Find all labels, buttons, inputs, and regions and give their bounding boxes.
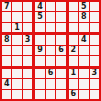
- empty-cell-r5c3[interactable]: [23, 46, 32, 55]
- empty-cell-r1c9[interactable]: [90, 2, 99, 11]
- sudoku-block-3: 58: [69, 2, 99, 32]
- empty-cell-r7c3[interactable]: [23, 69, 32, 78]
- given-cell-r9c7: 6: [69, 90, 78, 99]
- empty-cell-r8c9[interactable]: [90, 79, 99, 88]
- empty-cell-r9c1[interactable]: [2, 90, 11, 99]
- given-cell-r1c4: 4: [35, 2, 44, 11]
- sudoku-block-5: 96: [35, 35, 65, 65]
- empty-cell-r2c5[interactable]: [46, 12, 55, 21]
- empty-cell-r6c2[interactable]: [12, 56, 21, 65]
- given-cell-r2c4: 5: [35, 12, 44, 21]
- empty-cell-r7c6[interactable]: [56, 69, 65, 78]
- sudoku-block-2: 45: [35, 2, 65, 32]
- empty-cell-r2c2[interactable]: [12, 12, 21, 21]
- given-cell-r1c8: 5: [79, 2, 88, 11]
- empty-cell-r8c3[interactable]: [23, 79, 32, 88]
- empty-cell-r1c3[interactable]: [23, 2, 32, 11]
- empty-cell-r4c2[interactable]: [12, 35, 21, 44]
- sudoku-block-6: 42: [69, 35, 99, 65]
- sudoku-block-9: 136: [69, 69, 99, 99]
- empty-cell-r5c1[interactable]: [2, 46, 11, 55]
- empty-cell-r3c5[interactable]: [46, 23, 55, 32]
- empty-cell-r6c7[interactable]: [69, 56, 78, 65]
- empty-cell-r9c6[interactable]: [56, 90, 65, 99]
- empty-cell-r8c4[interactable]: [35, 79, 44, 88]
- given-cell-r5c6: 6: [56, 46, 65, 55]
- empty-cell-r4c6[interactable]: [56, 35, 65, 44]
- empty-cell-r8c2[interactable]: [12, 79, 21, 88]
- empty-cell-r3c1[interactable]: [2, 23, 11, 32]
- sudoku-block-7: 4: [2, 69, 32, 99]
- empty-cell-r8c6[interactable]: [56, 79, 65, 88]
- empty-cell-r4c9[interactable]: [90, 35, 99, 44]
- given-cell-r4c3: 3: [23, 35, 32, 44]
- empty-cell-r2c7[interactable]: [69, 12, 78, 21]
- empty-cell-r4c5[interactable]: [46, 35, 55, 44]
- empty-cell-r6c9[interactable]: [90, 56, 99, 65]
- empty-cell-r2c3[interactable]: [23, 12, 32, 21]
- empty-cell-r5c2[interactable]: [12, 46, 21, 55]
- empty-cell-r8c8[interactable]: [79, 79, 88, 88]
- given-cell-r7c5: 6: [46, 69, 55, 78]
- sudoku-board: 71455883964246136: [0, 0, 101, 101]
- empty-cell-r6c3[interactable]: [23, 56, 32, 65]
- empty-cell-r3c4[interactable]: [35, 23, 44, 32]
- given-cell-r7c7: 1: [69, 69, 78, 78]
- given-cell-r2c8: 8: [79, 12, 88, 21]
- empty-cell-r6c4[interactable]: [35, 56, 44, 65]
- empty-cell-r7c8[interactable]: [79, 69, 88, 78]
- given-cell-r4c1: 8: [2, 35, 11, 44]
- empty-cell-r9c8[interactable]: [79, 90, 88, 99]
- empty-cell-r2c9[interactable]: [90, 12, 99, 21]
- empty-cell-r9c4[interactable]: [35, 90, 44, 99]
- empty-cell-r1c6[interactable]: [56, 2, 65, 11]
- given-cell-r3c2: 1: [12, 23, 21, 32]
- given-cell-r1c1: 7: [2, 2, 11, 11]
- empty-cell-r7c4[interactable]: [35, 69, 44, 78]
- given-cell-r5c4: 9: [35, 46, 44, 55]
- empty-cell-r3c6[interactable]: [56, 23, 65, 32]
- empty-cell-r3c9[interactable]: [90, 23, 99, 32]
- empty-cell-r3c7[interactable]: [69, 23, 78, 32]
- empty-cell-r6c1[interactable]: [2, 56, 11, 65]
- empty-cell-r6c5[interactable]: [46, 56, 55, 65]
- empty-cell-r4c4[interactable]: [35, 35, 44, 44]
- empty-cell-r8c7[interactable]: [69, 79, 78, 88]
- empty-cell-r1c5[interactable]: [46, 2, 55, 11]
- empty-cell-r4c7[interactable]: [69, 35, 78, 44]
- empty-cell-r9c2[interactable]: [12, 90, 21, 99]
- empty-cell-r7c1[interactable]: [2, 69, 11, 78]
- empty-cell-r9c3[interactable]: [23, 90, 32, 99]
- empty-cell-r1c7[interactable]: [69, 2, 78, 11]
- sudoku-block-1: 71: [2, 2, 32, 32]
- empty-cell-r7c2[interactable]: [12, 69, 21, 78]
- given-cell-r8c1: 4: [2, 79, 11, 88]
- empty-cell-r5c8[interactable]: [79, 46, 88, 55]
- given-cell-r7c9: 3: [90, 69, 99, 78]
- sudoku-block-4: 83: [2, 35, 32, 65]
- given-cell-r4c8: 4: [79, 35, 88, 44]
- empty-cell-r3c8[interactable]: [79, 23, 88, 32]
- empty-cell-r2c1[interactable]: [2, 12, 11, 21]
- empty-cell-r9c9[interactable]: [90, 90, 99, 99]
- empty-cell-r6c8[interactable]: [79, 56, 88, 65]
- empty-cell-r9c5[interactable]: [46, 90, 55, 99]
- empty-cell-r6c6[interactable]: [56, 56, 65, 65]
- empty-cell-r8c5[interactable]: [46, 79, 55, 88]
- empty-cell-r5c5[interactable]: [46, 46, 55, 55]
- given-cell-r5c7: 2: [69, 46, 78, 55]
- empty-cell-r3c3[interactable]: [23, 23, 32, 32]
- empty-cell-r1c2[interactable]: [12, 2, 21, 11]
- empty-cell-r5c9[interactable]: [90, 46, 99, 55]
- empty-cell-r2c6[interactable]: [56, 12, 65, 21]
- sudoku-block-8: 6: [35, 69, 65, 99]
